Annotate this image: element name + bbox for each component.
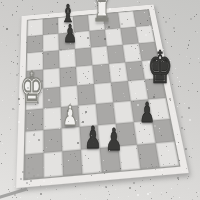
piece-black-king-h5[interactable]: ♚ <box>138 45 182 90</box>
square-h1[interactable] <box>156 141 179 167</box>
square-b1[interactable] <box>44 151 63 177</box>
piece-black-pawn-e2[interactable]: ♟ <box>92 126 136 156</box>
square-b2[interactable] <box>43 128 62 152</box>
square-d6[interactable] <box>75 48 92 67</box>
square-c6[interactable] <box>59 49 76 68</box>
square-c5[interactable] <box>60 67 78 87</box>
square-a1[interactable] <box>24 153 43 179</box>
board-photo: ♜♝♟♚♚♟♟♟♟ <box>0 0 200 200</box>
piece-black-pawn-c7[interactable]: ♟ <box>48 22 92 47</box>
square-d5[interactable] <box>76 65 94 85</box>
square-a2[interactable] <box>25 130 44 155</box>
square-e6[interactable] <box>91 46 109 65</box>
square-a7[interactable] <box>27 35 43 53</box>
piece-black-pawn-g3[interactable]: ♟ <box>125 99 169 127</box>
corner-shadow-streak <box>0 187 28 199</box>
square-a8[interactable] <box>27 19 42 36</box>
square-h8[interactable] <box>133 10 151 27</box>
